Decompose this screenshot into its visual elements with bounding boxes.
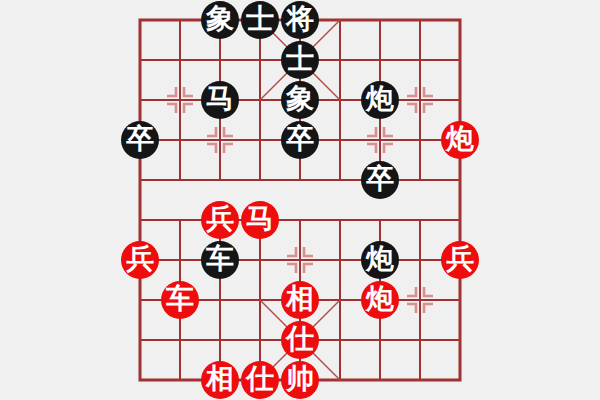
piece-black-cannon[interactable]: 炮 (361, 81, 399, 119)
piece-red-soldier[interactable]: 兵 (121, 241, 159, 279)
piece-red-soldier[interactable]: 兵 (201, 201, 239, 239)
piece-red-cannon[interactable]: 炮 (361, 281, 399, 319)
piece-glyph: 炮 (446, 125, 474, 153)
piece-glyph: 兵 (446, 245, 474, 273)
piece-red-soldier[interactable]: 兵 (441, 241, 479, 279)
piece-glyph: 卒 (366, 165, 394, 193)
piece-glyph: 马 (206, 85, 234, 113)
piece-glyph: 士 (246, 5, 274, 33)
piece-glyph: 炮 (366, 285, 394, 313)
piece-black-chariot[interactable]: 车 (201, 241, 239, 279)
piece-red-chariot[interactable]: 车 (161, 281, 199, 319)
piece-red-horse[interactable]: 马 (241, 201, 279, 239)
piece-black-soldier[interactable]: 卒 (281, 121, 319, 159)
piece-black-general[interactable]: 将 (281, 1, 319, 39)
piece-black-soldier[interactable]: 卒 (121, 121, 159, 159)
piece-glyph: 象 (206, 5, 234, 33)
piece-black-elephant[interactable]: 象 (201, 1, 239, 39)
piece-glyph: 士 (286, 45, 314, 73)
piece-glyph: 兵 (206, 205, 234, 233)
xiangqi-board[interactable]: 象士将士马象炮卒卒炮卒兵马兵车炮兵车相炮仕相仕帅 (120, 0, 480, 400)
piece-red-elephant[interactable]: 相 (201, 361, 239, 399)
piece-glyph: 帅 (286, 365, 314, 393)
xiangqi-app: 象士将士马象炮卒卒炮卒兵马兵车炮兵车相炮仕相仕帅 (0, 0, 600, 400)
piece-glyph: 马 (246, 205, 274, 233)
piece-black-advisor[interactable]: 士 (241, 1, 279, 39)
piece-glyph: 炮 (366, 245, 394, 273)
piece-glyph: 兵 (126, 245, 154, 273)
piece-glyph: 将 (286, 5, 314, 33)
piece-glyph: 炮 (366, 85, 394, 113)
piece-red-advisor[interactable]: 仕 (241, 361, 279, 399)
piece-black-soldier[interactable]: 卒 (361, 161, 399, 199)
piece-glyph: 仕 (286, 325, 314, 353)
piece-black-cannon[interactable]: 炮 (361, 241, 399, 279)
piece-red-advisor[interactable]: 仕 (281, 321, 319, 359)
piece-glyph: 车 (206, 245, 234, 273)
piece-glyph: 卒 (126, 125, 154, 153)
piece-black-advisor[interactable]: 士 (281, 41, 319, 79)
piece-glyph: 相 (286, 285, 314, 313)
piece-glyph: 卒 (286, 125, 314, 153)
piece-black-elephant[interactable]: 象 (281, 81, 319, 119)
piece-glyph: 车 (166, 285, 194, 313)
piece-red-cannon[interactable]: 炮 (441, 121, 479, 159)
piece-glyph: 仕 (246, 365, 274, 393)
piece-black-horse[interactable]: 马 (201, 81, 239, 119)
piece-glyph: 象 (286, 85, 314, 113)
piece-red-general[interactable]: 帅 (281, 361, 319, 399)
piece-red-elephant[interactable]: 相 (281, 281, 319, 319)
piece-glyph: 相 (206, 365, 234, 393)
